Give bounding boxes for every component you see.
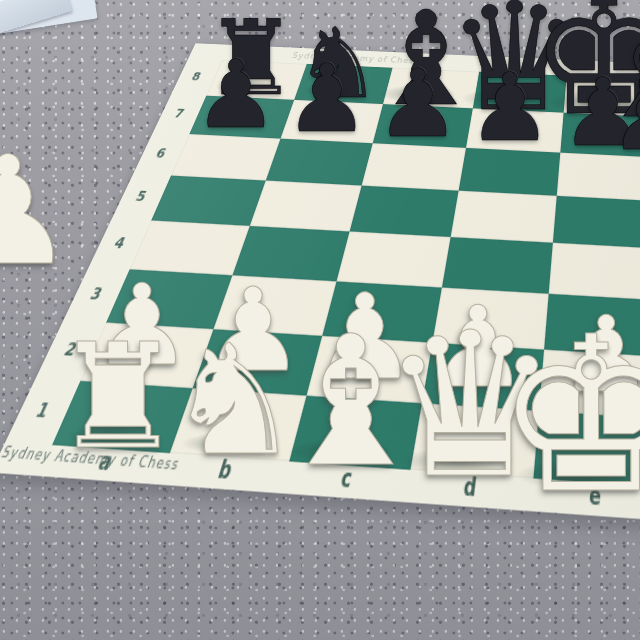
black-pawn-d7: ♟ <box>468 61 552 155</box>
black-pawn-a7: ♟ <box>194 48 278 142</box>
white-pawn-offboard-left: ♟ <box>0 136 75 286</box>
rank-label-6: 6 <box>146 145 177 162</box>
photo-scene: 12345678 abcdefgh Sydney Academy of Ches… <box>0 0 640 640</box>
black-pawn-c7: ♟ <box>376 57 460 151</box>
white-rook-a1: ♜ <box>53 324 183 469</box>
black-pawn-b7: ♟ <box>285 52 369 146</box>
rank-label-5: 5 <box>125 187 158 205</box>
square-b5 <box>250 181 362 232</box>
white-king-e1: ♚ <box>495 308 640 523</box>
square-e5 <box>553 196 640 249</box>
rank-label-7: 7 <box>165 105 195 120</box>
black-pawn-f7: ♟ <box>610 73 640 163</box>
rank-label-4: 4 <box>103 233 137 253</box>
square-a5 <box>151 176 266 226</box>
square-c5 <box>350 186 459 237</box>
square-d5 <box>451 191 557 243</box>
